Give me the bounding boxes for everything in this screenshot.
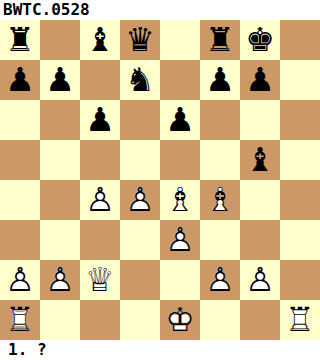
white-pawn: ♟♙ — [80, 180, 120, 220]
white-bishop: ♝♗ — [200, 180, 240, 220]
square-f1[interactable] — [200, 300, 240, 340]
black-pawn: ♟ — [240, 60, 280, 100]
square-c5[interactable] — [80, 140, 120, 180]
square-a8[interactable]: ♜ — [0, 20, 40, 60]
square-a7[interactable]: ♟ — [0, 60, 40, 100]
white-pawn: ♟♙ — [240, 260, 280, 300]
square-c7[interactable] — [80, 60, 120, 100]
black-pawn: ♟ — [200, 60, 240, 100]
black-knight: ♞ — [120, 60, 160, 100]
black-bishop: ♝ — [80, 20, 120, 60]
square-g7[interactable]: ♟ — [240, 60, 280, 100]
black-pawn: ♟ — [80, 100, 120, 140]
white-bishop: ♝♗ — [160, 180, 200, 220]
square-h5[interactable] — [280, 140, 320, 180]
square-h1[interactable]: ♜♖ — [280, 300, 320, 340]
chess-board: ♜♝♛♜♚♟♟♞♟♟♟♟♝♟♙♟♙♝♗♝♗♟♙♟♙♟♙♛♕♟♙♟♙♜♖♚♔♜♖ — [0, 20, 320, 340]
square-d1[interactable] — [120, 300, 160, 340]
square-d7[interactable]: ♞ — [120, 60, 160, 100]
black-king: ♚ — [240, 20, 280, 60]
square-a4[interactable] — [0, 180, 40, 220]
square-e7[interactable] — [160, 60, 200, 100]
square-a3[interactable] — [0, 220, 40, 260]
white-pawn: ♟♙ — [40, 260, 80, 300]
square-g3[interactable] — [240, 220, 280, 260]
square-d5[interactable] — [120, 140, 160, 180]
square-e5[interactable] — [160, 140, 200, 180]
square-g4[interactable] — [240, 180, 280, 220]
square-b1[interactable] — [40, 300, 80, 340]
black-pawn: ♟ — [160, 100, 200, 140]
square-h2[interactable] — [280, 260, 320, 300]
white-pawn: ♟♙ — [120, 180, 160, 220]
white-rook: ♜♖ — [280, 300, 320, 340]
square-f8[interactable]: ♜ — [200, 20, 240, 60]
white-rook: ♜♖ — [0, 300, 40, 340]
white-pawn: ♟♙ — [0, 260, 40, 300]
square-c6[interactable]: ♟ — [80, 100, 120, 140]
square-b8[interactable] — [40, 20, 80, 60]
square-c4[interactable]: ♟♙ — [80, 180, 120, 220]
white-king: ♚♔ — [160, 300, 200, 340]
square-a5[interactable] — [0, 140, 40, 180]
square-d2[interactable] — [120, 260, 160, 300]
square-a1[interactable]: ♜♖ — [0, 300, 40, 340]
square-a2[interactable]: ♟♙ — [0, 260, 40, 300]
square-g6[interactable] — [240, 100, 280, 140]
square-d4[interactable]: ♟♙ — [120, 180, 160, 220]
black-pawn: ♟ — [40, 60, 80, 100]
square-c2[interactable]: ♛♕ — [80, 260, 120, 300]
white-pawn: ♟♙ — [200, 260, 240, 300]
square-c1[interactable] — [80, 300, 120, 340]
square-h4[interactable] — [280, 180, 320, 220]
square-f6[interactable] — [200, 100, 240, 140]
square-b2[interactable]: ♟♙ — [40, 260, 80, 300]
square-e1[interactable]: ♚♔ — [160, 300, 200, 340]
square-c3[interactable] — [80, 220, 120, 260]
diagram-title: BWTC.0528 — [0, 0, 320, 20]
square-e6[interactable]: ♟ — [160, 100, 200, 140]
black-queen: ♛ — [120, 20, 160, 60]
square-f2[interactable]: ♟♙ — [200, 260, 240, 300]
square-e8[interactable] — [160, 20, 200, 60]
black-pawn: ♟ — [0, 60, 40, 100]
square-b3[interactable] — [40, 220, 80, 260]
white-pawn: ♟♙ — [160, 220, 200, 260]
chess-diagram: BWTC.0528 ♜♝♛♜♚♟♟♞♟♟♟♟♝♟♙♟♙♝♗♝♗♟♙♟♙♟♙♛♕♟… — [0, 0, 320, 360]
square-g1[interactable] — [240, 300, 280, 340]
square-a6[interactable] — [0, 100, 40, 140]
move-prompt: 1. ? — [0, 340, 320, 360]
square-e2[interactable] — [160, 260, 200, 300]
square-f4[interactable]: ♝♗ — [200, 180, 240, 220]
square-h8[interactable] — [280, 20, 320, 60]
square-d8[interactable]: ♛ — [120, 20, 160, 60]
square-b7[interactable]: ♟ — [40, 60, 80, 100]
square-g5[interactable]: ♝ — [240, 140, 280, 180]
square-h6[interactable] — [280, 100, 320, 140]
black-bishop: ♝ — [240, 140, 280, 180]
square-b5[interactable] — [40, 140, 80, 180]
square-e3[interactable]: ♟♙ — [160, 220, 200, 260]
square-h7[interactable] — [280, 60, 320, 100]
square-e4[interactable]: ♝♗ — [160, 180, 200, 220]
square-h3[interactable] — [280, 220, 320, 260]
square-g8[interactable]: ♚ — [240, 20, 280, 60]
black-rook: ♜ — [0, 20, 40, 60]
square-f3[interactable] — [200, 220, 240, 260]
square-g2[interactable]: ♟♙ — [240, 260, 280, 300]
square-c8[interactable]: ♝ — [80, 20, 120, 60]
black-rook: ♜ — [200, 20, 240, 60]
square-b4[interactable] — [40, 180, 80, 220]
square-d6[interactable] — [120, 100, 160, 140]
white-queen: ♛♕ — [80, 260, 120, 300]
square-d3[interactable] — [120, 220, 160, 260]
square-f7[interactable]: ♟ — [200, 60, 240, 100]
square-b6[interactable] — [40, 100, 80, 140]
square-f5[interactable] — [200, 140, 240, 180]
